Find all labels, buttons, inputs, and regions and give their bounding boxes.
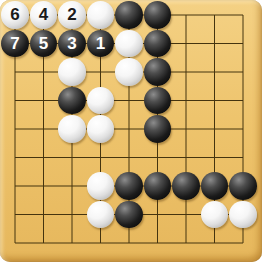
stone-black-move-5[interactable]: 5: [30, 30, 58, 58]
stone-black[interactable]: [115, 201, 143, 229]
stone-white-move-4[interactable]: 4: [30, 1, 58, 29]
stone-move-number: 3: [67, 35, 76, 53]
stone-black[interactable]: [144, 1, 172, 29]
stone-white[interactable]: [115, 30, 143, 58]
stone-black-move-7[interactable]: 7: [1, 30, 29, 58]
stone-white[interactable]: [229, 201, 257, 229]
stone-move-number: 5: [39, 35, 48, 53]
stone-black[interactable]: [144, 115, 172, 143]
stone-white[interactable]: [87, 1, 115, 29]
stone-move-number: 4: [39, 6, 48, 24]
stone-black[interactable]: [172, 172, 200, 200]
stone-white[interactable]: [87, 115, 115, 143]
stone-black[interactable]: [58, 87, 86, 115]
stone-black[interactable]: [201, 172, 229, 200]
stone-white[interactable]: [201, 201, 229, 229]
stone-black[interactable]: [144, 58, 172, 86]
stone-move-number: 2: [67, 6, 76, 24]
stone-move-number: 6: [10, 6, 19, 24]
stone-white[interactable]: [87, 172, 115, 200]
stone-white[interactable]: [58, 58, 86, 86]
stone-black[interactable]: [144, 30, 172, 58]
stone-move-number: 1: [96, 35, 105, 53]
stone-move-number: 7: [10, 35, 19, 53]
stone-white[interactable]: [58, 115, 86, 143]
stone-white-move-6[interactable]: 6: [1, 1, 29, 29]
stone-black[interactable]: [144, 87, 172, 115]
stone-white[interactable]: [87, 201, 115, 229]
stone-white[interactable]: [115, 58, 143, 86]
stones-layer[interactable]: 6427531: [1, 1, 258, 258]
stone-white[interactable]: [87, 87, 115, 115]
stone-black[interactable]: [115, 172, 143, 200]
stone-black-move-3[interactable]: 3: [58, 30, 86, 58]
stone-black[interactable]: [229, 172, 257, 200]
stone-black[interactable]: [115, 1, 143, 29]
stone-black[interactable]: [144, 172, 172, 200]
stone-black-move-1[interactable]: 1: [87, 30, 115, 58]
go-board: 6427531: [0, 0, 262, 262]
stone-white-move-2[interactable]: 2: [58, 1, 86, 29]
